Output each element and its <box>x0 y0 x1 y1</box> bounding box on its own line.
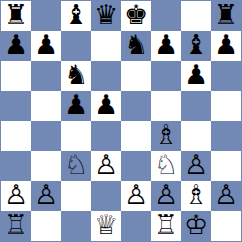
black-knight-icon: ♞ <box>64 61 88 90</box>
white-pawn-icon: ♙ <box>4 181 28 210</box>
square-b5[interactable] <box>31 91 61 121</box>
black-pawn-icon: ♟ <box>154 31 178 60</box>
square-b4[interactable] <box>31 121 61 151</box>
square-a3[interactable] <box>1 151 31 181</box>
black-queen-icon: ♛ <box>94 1 118 30</box>
white-pawn-icon: ♙ <box>214 181 238 210</box>
square-h1[interactable] <box>211 211 241 241</box>
square-a6[interactable] <box>1 61 31 91</box>
square-f7[interactable]: ♟ <box>151 31 181 61</box>
square-g3[interactable]: ♙ <box>181 151 211 181</box>
square-a4[interactable] <box>1 121 31 151</box>
square-c4[interactable] <box>61 121 91 151</box>
black-bishop-icon: ♝ <box>64 1 88 30</box>
square-g2[interactable]: ♗ <box>181 181 211 211</box>
square-f2[interactable]: ♙ <box>151 181 181 211</box>
white-pawn-icon: ♙ <box>124 181 148 210</box>
square-d7[interactable] <box>91 31 121 61</box>
square-e6[interactable] <box>121 61 151 91</box>
square-f8[interactable] <box>151 1 181 31</box>
black-pawn-icon: ♟ <box>214 31 238 60</box>
square-c7[interactable] <box>61 31 91 61</box>
square-e8[interactable]: ♚ <box>121 1 151 31</box>
black-rook-icon: ♜ <box>4 1 28 30</box>
square-a8[interactable]: ♜ <box>1 1 31 31</box>
square-a1[interactable]: ♖ <box>1 211 31 241</box>
white-pawn-icon: ♙ <box>34 181 58 210</box>
black-king-icon: ♚ <box>124 1 148 30</box>
square-e3[interactable] <box>121 151 151 181</box>
square-b7[interactable]: ♟ <box>31 31 61 61</box>
white-knight-icon: ♘ <box>154 151 178 180</box>
black-pawn-icon: ♟ <box>64 91 88 120</box>
square-a5[interactable] <box>1 91 31 121</box>
square-a7[interactable]: ♟ <box>1 31 31 61</box>
square-g4[interactable] <box>181 121 211 151</box>
square-e4[interactable] <box>121 121 151 151</box>
white-pawn-icon: ♙ <box>94 151 118 180</box>
black-bishop-icon: ♝ <box>184 31 208 60</box>
square-e7[interactable]: ♞ <box>121 31 151 61</box>
square-c1[interactable] <box>61 211 91 241</box>
square-d6[interactable] <box>91 61 121 91</box>
square-b8[interactable] <box>31 1 61 31</box>
white-pawn-icon: ♙ <box>184 151 208 180</box>
square-c3[interactable]: ♘ <box>61 151 91 181</box>
square-f4[interactable]: ♗ <box>151 121 181 151</box>
chess-board: ♜♝♛♚♜♟♟♞♟♝♟♞♟♟♟♗♘♙♘♙♙♙♙♙♗♙♖♕♖♔ <box>0 0 242 242</box>
square-d3[interactable]: ♙ <box>91 151 121 181</box>
square-f6[interactable] <box>151 61 181 91</box>
square-h5[interactable] <box>211 91 241 121</box>
square-g8[interactable] <box>181 1 211 31</box>
square-h6[interactable] <box>211 61 241 91</box>
square-h2[interactable]: ♙ <box>211 181 241 211</box>
square-b1[interactable] <box>31 211 61 241</box>
square-g1[interactable]: ♔ <box>181 211 211 241</box>
square-e5[interactable] <box>121 91 151 121</box>
square-h8[interactable]: ♜ <box>211 1 241 31</box>
square-f1[interactable]: ♖ <box>151 211 181 241</box>
square-d1[interactable]: ♕ <box>91 211 121 241</box>
square-c6[interactable]: ♞ <box>61 61 91 91</box>
white-queen-icon: ♕ <box>94 211 118 240</box>
square-d4[interactable] <box>91 121 121 151</box>
square-g6[interactable]: ♟ <box>181 61 211 91</box>
black-pawn-icon: ♟ <box>184 61 208 90</box>
white-bishop-icon: ♗ <box>154 121 178 150</box>
square-f5[interactable] <box>151 91 181 121</box>
square-e1[interactable] <box>121 211 151 241</box>
white-king-icon: ♔ <box>184 211 208 240</box>
square-g5[interactable] <box>181 91 211 121</box>
square-d5[interactable]: ♟ <box>91 91 121 121</box>
square-h7[interactable]: ♟ <box>211 31 241 61</box>
black-pawn-icon: ♟ <box>4 31 28 60</box>
square-a2[interactable]: ♙ <box>1 181 31 211</box>
square-b2[interactable]: ♙ <box>31 181 61 211</box>
black-rook-icon: ♜ <box>214 1 238 30</box>
white-pawn-icon: ♙ <box>154 181 178 210</box>
square-c5[interactable]: ♟ <box>61 91 91 121</box>
square-h3[interactable] <box>211 151 241 181</box>
white-knight-icon: ♘ <box>64 151 88 180</box>
chess-board-grid: ♜♝♛♚♜♟♟♞♟♝♟♞♟♟♟♗♘♙♘♙♙♙♙♙♗♙♖♕♖♔ <box>1 1 241 241</box>
square-b6[interactable] <box>31 61 61 91</box>
white-bishop-icon: ♗ <box>184 181 208 210</box>
black-knight-icon: ♞ <box>124 31 148 60</box>
black-pawn-icon: ♟ <box>94 91 118 120</box>
square-c2[interactable] <box>61 181 91 211</box>
square-h4[interactable] <box>211 121 241 151</box>
white-rook-icon: ♖ <box>154 211 178 240</box>
square-d2[interactable] <box>91 181 121 211</box>
white-rook-icon: ♖ <box>4 211 28 240</box>
square-b3[interactable] <box>31 151 61 181</box>
square-c8[interactable]: ♝ <box>61 1 91 31</box>
square-e2[interactable]: ♙ <box>121 181 151 211</box>
square-f3[interactable]: ♘ <box>151 151 181 181</box>
black-pawn-icon: ♟ <box>34 31 58 60</box>
square-d8[interactable]: ♛ <box>91 1 121 31</box>
square-g7[interactable]: ♝ <box>181 31 211 61</box>
